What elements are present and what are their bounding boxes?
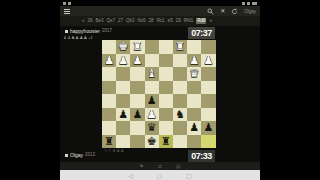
square[interactable]: [116, 121, 130, 135]
square[interactable]: [116, 135, 130, 149]
square[interactable]: ♝: [145, 67, 159, 81]
piece-wP[interactable]: ♟: [118, 54, 128, 67]
menu-icon[interactable]: [64, 9, 70, 14]
move-token[interactable]: 28: [149, 18, 154, 24]
bottom-player-bar: ♘♘♗♙♙ Olgay 2013 07:33: [60, 148, 260, 162]
square[interactable]: [102, 94, 116, 108]
piece-wB[interactable]: ♝: [147, 67, 157, 80]
square[interactable]: [145, 54, 159, 68]
move-token[interactable]: Be3: [96, 18, 104, 24]
close-icon[interactable]: ✕: [220, 8, 225, 14]
move-token[interactable]: »: [209, 18, 212, 24]
back-icon[interactable]: ◁: [128, 172, 133, 179]
square[interactable]: ♟: [130, 54, 144, 68]
square[interactable]: [159, 67, 173, 81]
square[interactable]: ♚: [116, 40, 130, 54]
square[interactable]: [145, 40, 159, 54]
square[interactable]: ♟: [187, 54, 201, 68]
piece-bR[interactable]: ♜: [104, 135, 114, 148]
move-token[interactable]: Rfd1: [184, 18, 194, 24]
square[interactable]: [201, 94, 215, 108]
square[interactable]: [173, 54, 187, 68]
square[interactable]: ♟: [130, 108, 144, 122]
square[interactable]: [102, 81, 116, 95]
square[interactable]: [130, 94, 144, 108]
square[interactable]: [201, 81, 215, 95]
top-player-rating: 2017: [102, 28, 112, 34]
wifi-icon: [247, 2, 250, 5]
square[interactable]: ♞: [173, 108, 187, 122]
move-token[interactable]: Qb3: [126, 18, 135, 24]
square[interactable]: [201, 135, 215, 149]
piece-bP[interactable]: ♟: [133, 108, 143, 121]
piece-wQ[interactable]: ♛: [189, 67, 199, 80]
top-player-name[interactable]: happyhoosier: [70, 28, 100, 34]
move-token[interactable]: Qe7: [107, 18, 116, 24]
piece-wR[interactable]: ♜: [175, 40, 185, 53]
android-nav-bar: ◁ ○ □: [60, 170, 260, 180]
piece-bR[interactable]: ♜: [161, 135, 171, 148]
home-icon[interactable]: ○: [157, 172, 162, 179]
recents-icon[interactable]: □: [186, 172, 192, 179]
player-status-icon: [65, 30, 68, 33]
top-captured-tray: ♝♝♞♟♟♟ +1: [63, 35, 93, 40]
bottom-player-name[interactable]: Olgay: [70, 152, 83, 158]
game-toolbar: ⚑ ⇄ ▤: [60, 162, 260, 170]
square[interactable]: [173, 67, 187, 81]
bottom-captured-tray: ♘♘♗♙♙: [104, 148, 124, 153]
square[interactable]: ♟: [116, 108, 130, 122]
bottom-player-rating: 2013: [85, 152, 95, 158]
move-token[interactable]: Rc1: [157, 18, 165, 24]
square[interactable]: [173, 135, 187, 149]
move-token[interactable]: 26: [88, 18, 93, 24]
piece-wP[interactable]: ♟: [133, 54, 143, 67]
battery-icon: [252, 2, 257, 5]
square[interactable]: [116, 94, 130, 108]
square[interactable]: ♟: [116, 54, 130, 68]
square[interactable]: ♟: [187, 121, 201, 135]
piece-wK[interactable]: ♚: [118, 40, 128, 53]
square[interactable]: ♟: [201, 121, 215, 135]
move-token[interactable]: e5: [168, 18, 173, 24]
square[interactable]: ♟: [102, 54, 116, 68]
piece-bQ[interactable]: ♛: [147, 121, 157, 134]
square[interactable]: [187, 108, 201, 122]
square[interactable]: [159, 94, 173, 108]
captured-pieces: ♝♝♞♟♟♟: [63, 35, 87, 40]
signal-icon: [242, 2, 245, 5]
move-token-current[interactable]: Rd8: [196, 18, 206, 24]
square[interactable]: ♟: [145, 94, 159, 108]
notification-icons: [63, 2, 71, 5]
top-player-bar: happyhoosier 2017 ♝♝♞♟♟♟ +1 07:37: [60, 26, 260, 40]
square[interactable]: [102, 108, 116, 122]
chess-board[interactable]: ♚♜♜♟♟♟♟♟♝♛♟♟♟♟♞♛♟♟♜♚♜: [102, 40, 216, 148]
piece-wP[interactable]: ♟: [104, 54, 114, 67]
flip-board-icon[interactable]: ⇄: [158, 163, 162, 169]
piece-wP[interactable]: ♟: [189, 54, 199, 67]
square[interactable]: [130, 81, 144, 95]
piece-wR[interactable]: ♜: [133, 40, 143, 53]
move-list: «26Be3Qe727Qb3Nc628Rc1e529Rfd1Rd8»: [60, 16, 260, 26]
square[interactable]: ♟: [145, 108, 159, 122]
piece-bN[interactable]: ♞: [175, 108, 185, 121]
square[interactable]: [159, 121, 173, 135]
square[interactable]: ♛: [187, 67, 201, 81]
square[interactable]: [102, 40, 116, 54]
app-bar-label: Olgay: [244, 9, 256, 14]
piece-wP[interactable]: ♟: [147, 108, 157, 121]
search-icon[interactable]: [207, 8, 214, 15]
bottom-player-clock: 07:33: [188, 150, 215, 162]
square[interactable]: [116, 67, 130, 81]
square[interactable]: [102, 121, 116, 135]
square[interactable]: [173, 81, 187, 95]
top-player-clock: 07:37: [188, 27, 215, 39]
square[interactable]: [159, 40, 173, 54]
notification-icon: [68, 2, 71, 5]
square[interactable]: ♛: [145, 121, 159, 135]
square[interactable]: [201, 108, 215, 122]
material-advantage: +1: [88, 35, 93, 40]
square[interactable]: [130, 135, 144, 149]
square[interactable]: ♜: [102, 135, 116, 149]
square[interactable]: [187, 135, 201, 149]
square[interactable]: [130, 67, 144, 81]
square[interactable]: ♜: [159, 135, 173, 149]
square[interactable]: [159, 81, 173, 95]
piece-bP[interactable]: ♟: [204, 121, 214, 134]
app-bar: ✕ Olgay: [60, 6, 260, 16]
square[interactable]: [145, 81, 159, 95]
piece-wP[interactable]: ♟: [204, 54, 214, 67]
square[interactable]: [116, 81, 130, 95]
square[interactable]: [187, 40, 201, 54]
square[interactable]: ♜: [173, 40, 187, 54]
square[interactable]: [159, 108, 173, 122]
piece-bP[interactable]: ♟: [118, 108, 128, 121]
move-token[interactable]: 27: [118, 18, 123, 24]
square[interactable]: ♟: [201, 54, 215, 68]
move-token[interactable]: Nc6: [138, 18, 146, 24]
square[interactable]: ♜: [130, 40, 144, 54]
square[interactable]: [173, 121, 187, 135]
phone-screen: ✕ Olgay «26Be3Qe727Qb3Nc628Rc1e529Rfd1Rd…: [60, 0, 260, 180]
square[interactable]: ♚: [145, 135, 159, 149]
square[interactable]: [159, 54, 173, 68]
square[interactable]: [201, 67, 215, 81]
notification-icon: [63, 2, 66, 5]
piece-bK[interactable]: ♚: [147, 135, 157, 148]
move-token[interactable]: 29: [176, 18, 181, 24]
move-token[interactable]: «: [82, 18, 85, 24]
piece-bP[interactable]: ♟: [147, 94, 157, 107]
square[interactable]: [201, 40, 215, 54]
square[interactable]: [187, 81, 201, 95]
board-menu-icon[interactable]: ▤: [176, 163, 181, 169]
square[interactable]: [130, 121, 144, 135]
square[interactable]: [173, 94, 187, 108]
flag-icon[interactable]: ⚑: [139, 163, 143, 169]
refresh-icon[interactable]: [231, 8, 238, 15]
screenshot-canvas: ✕ Olgay «26Be3Qe727Qb3Nc628Rc1e529Rfd1Rd…: [0, 0, 320, 180]
player-status-icon: [65, 154, 68, 157]
square[interactable]: [187, 94, 201, 108]
square[interactable]: [102, 67, 116, 81]
piece-bP[interactable]: ♟: [189, 121, 199, 134]
system-status-icons: [242, 2, 257, 5]
